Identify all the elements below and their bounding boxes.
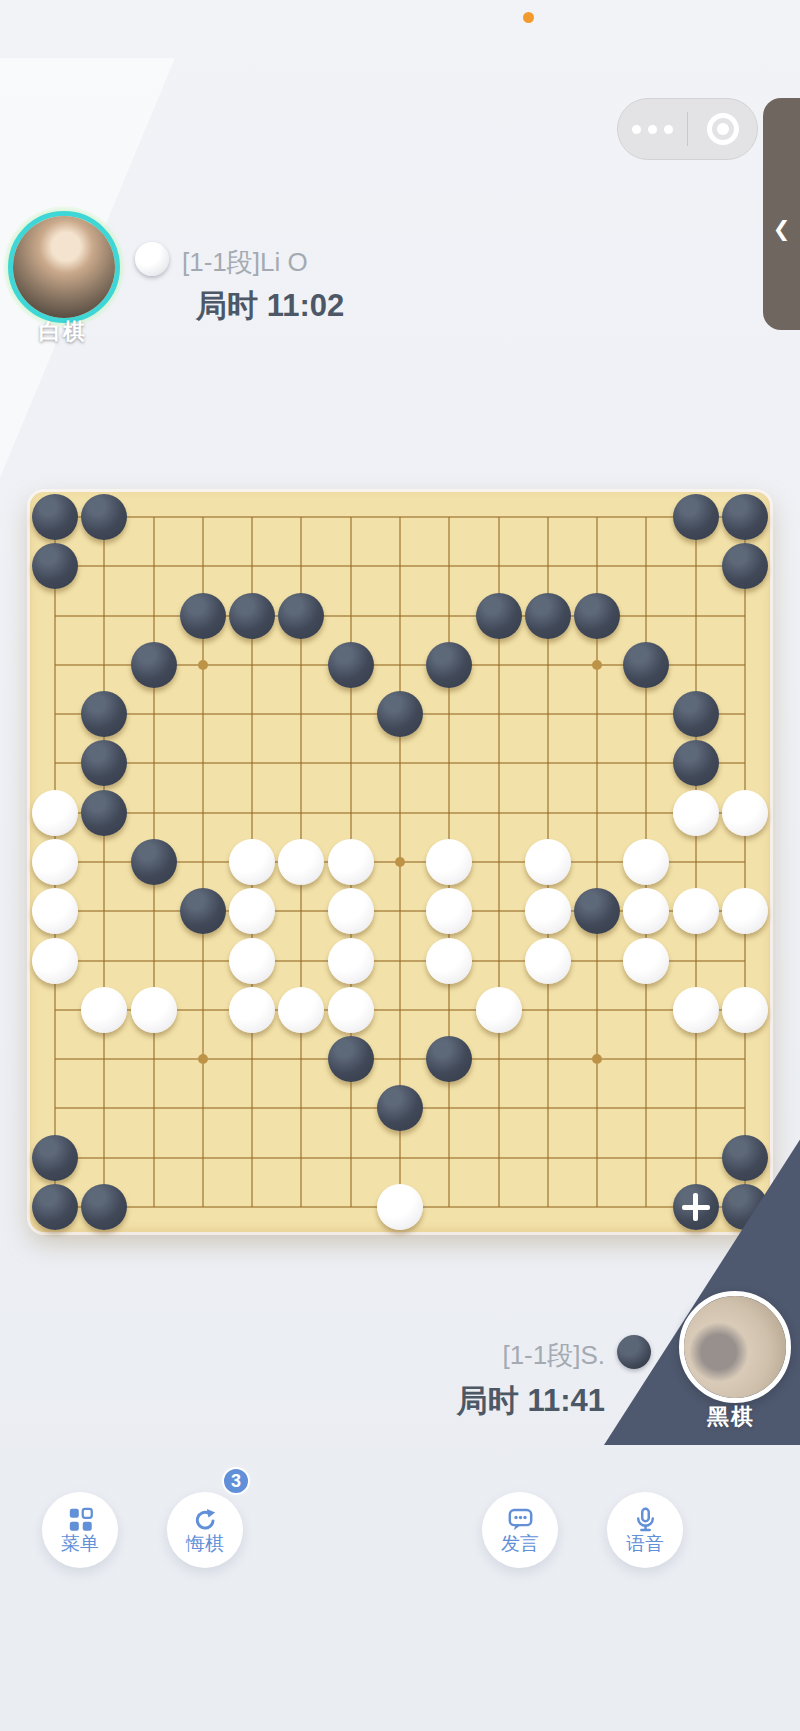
white-stone-icon [135,242,169,276]
stone-white [81,987,127,1033]
stone-black [574,888,620,934]
stone-black [426,642,472,688]
stone-black [722,1135,768,1181]
stone-white [328,888,374,934]
black-player-avatar[interactable] [679,1291,791,1403]
stone-white [525,938,571,984]
stone-black [722,494,768,540]
stone-white [476,987,522,1033]
star-point [395,857,405,867]
stone-white [278,987,324,1033]
star-point [592,660,602,670]
white-clock-time: 11:02 [267,288,345,323]
white-clock-label: 局时 [196,288,258,323]
stone-black [81,494,127,540]
white-player-avatar-photo [13,216,115,318]
stone-white [328,938,374,984]
recording-indicator-dot [523,12,534,23]
chat-button-label: 发言 [501,1534,539,1554]
stone-white [673,888,719,934]
stone-white [229,888,275,934]
stone-black [131,642,177,688]
stone-black [180,888,226,934]
stone-black [81,1184,127,1230]
stone-white [131,987,177,1033]
stone-white [673,987,719,1033]
stone-white [426,839,472,885]
black-stone-icon [617,1335,651,1369]
stone-black [722,543,768,589]
undo-button[interactable]: 悔棋 [167,1492,243,1568]
white-seat-label: 白棋 [13,317,113,347]
stone-black [328,642,374,688]
stone-black [673,740,719,786]
stone-black [426,1036,472,1082]
stone-black [229,593,275,639]
stone-white [32,790,78,836]
white-player-name: [1-1段]Li O [182,245,308,280]
last-move-cursor [673,1184,719,1230]
undo-button-label: 悔棋 [186,1534,224,1554]
stone-white [278,839,324,885]
stone-black [377,1085,423,1131]
stone-black [81,691,127,737]
stone-black [525,593,571,639]
stone-white [426,888,472,934]
grid-line-horizontal [55,1157,745,1159]
stone-black [81,790,127,836]
voice-button-label: 语音 [626,1534,664,1554]
stone-white [722,888,768,934]
stone-white [32,839,78,885]
stone-black [32,1184,78,1230]
stone-black [623,642,669,688]
voice-button[interactable]: 语音 [607,1492,683,1568]
record-icon [707,113,739,145]
black-player-avatar-photo [684,1296,786,1398]
stone-white [623,938,669,984]
miniprogram-capsule [617,98,758,160]
stone-white [623,839,669,885]
stone-white [32,888,78,934]
go-board[interactable] [30,492,770,1232]
white-player-avatar[interactable] [3,206,125,328]
stone-black [180,593,226,639]
more-button[interactable] [618,99,687,159]
stone-black [32,543,78,589]
stone-white [722,790,768,836]
star-point [592,1054,602,1064]
stone-white [623,888,669,934]
menu-button[interactable]: 菜单 [42,1492,118,1568]
stone-white [525,839,571,885]
stone-white [673,790,719,836]
chat-button[interactable]: 发言 [482,1492,558,1568]
undo-count-badge: 3 [222,1467,250,1495]
grid-line-vertical [695,517,697,1207]
stone-black [476,593,522,639]
star-point [198,1054,208,1064]
black-seat-label: 黑棋 [681,1402,781,1432]
stone-white [229,938,275,984]
grid-menu-icon [67,1506,94,1533]
black-player-name: [1-1段]S. [502,1338,605,1373]
more-icon [632,125,673,134]
grid-line-horizontal [55,1058,745,1060]
stone-black [32,494,78,540]
app-screen: ❮ 白棋 [1-1段]Li O 局时 11:02 [1-1段]S. 局时 11:… [0,0,800,1731]
stone-white [525,888,571,934]
stone-white [328,987,374,1033]
stone-black [673,494,719,540]
undo-arrow-icon [192,1506,219,1533]
microphone-icon [632,1506,659,1533]
close-minimize-button[interactable] [688,99,757,159]
stone-black [131,839,177,885]
side-panel-tab[interactable]: ❮ [763,98,800,330]
star-point [198,660,208,670]
white-player-avatar-ring [8,211,120,323]
stone-black [32,1135,78,1181]
stone-black [574,593,620,639]
stone-white [426,938,472,984]
stone-white [328,839,374,885]
stone-white [722,987,768,1033]
stone-black [377,691,423,737]
stone-black [81,740,127,786]
black-player-clock: 局时 11:41 [457,1380,605,1422]
stone-white [229,839,275,885]
stone-black [278,593,324,639]
stone-black [328,1036,374,1082]
white-player-clock: 局时 11:02 [196,285,344,327]
chevron-left-icon: ❮ [773,217,791,241]
black-clock-time: 11:41 [527,1383,605,1418]
stone-black [673,691,719,737]
stone-white [32,938,78,984]
stone-white [377,1184,423,1230]
grid-line-vertical [744,517,746,1207]
menu-button-label: 菜单 [61,1534,99,1554]
stone-white [229,987,275,1033]
black-clock-label: 局时 [457,1383,519,1418]
speech-bubble-icon [507,1506,534,1533]
